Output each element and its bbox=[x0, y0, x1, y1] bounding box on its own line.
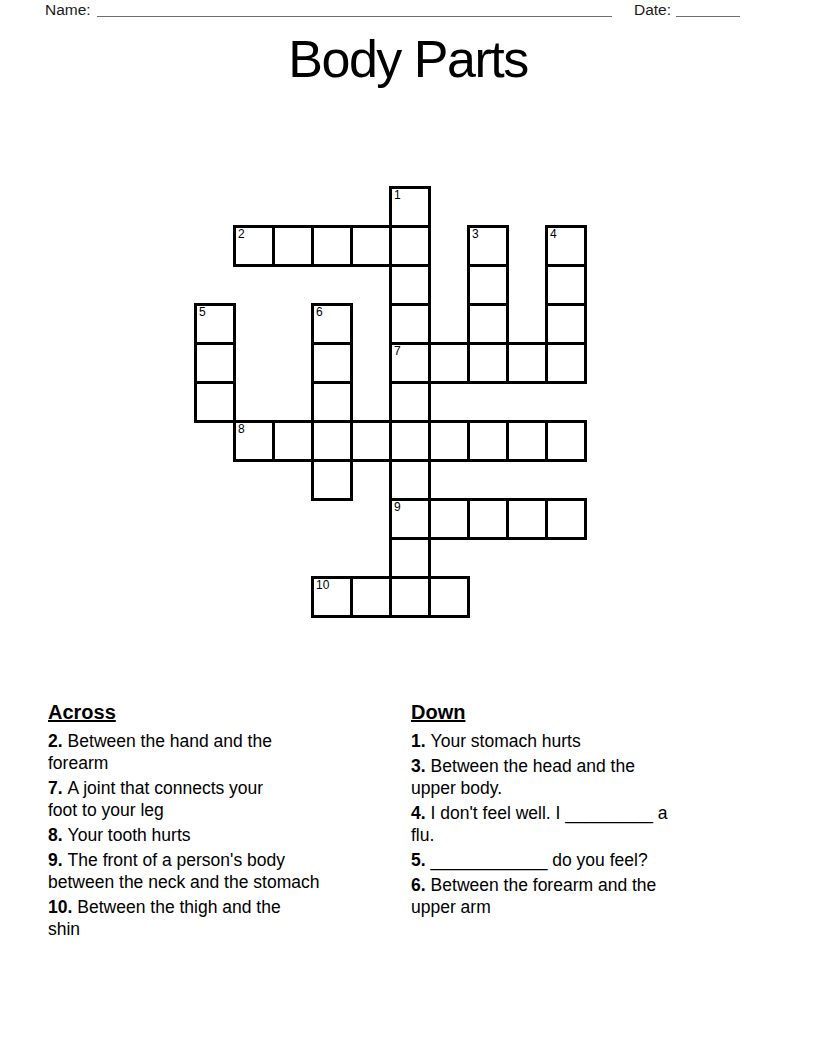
clue-across-10: 10.Between the thigh and the shin bbox=[48, 896, 418, 940]
grid-cell-r7c5[interactable] bbox=[389, 459, 431, 501]
grid-cell-r6c4[interactable] bbox=[350, 420, 392, 462]
grid-cell-r4c3[interactable] bbox=[311, 342, 353, 384]
clue-number-label: 7. bbox=[48, 778, 63, 798]
grid-cell-r0c5[interactable]: 1 bbox=[389, 186, 431, 228]
grid-cell-r10c4[interactable] bbox=[350, 576, 392, 618]
grid-cell-r2c5[interactable] bbox=[389, 264, 431, 306]
clue-text: Your tooth hurts bbox=[68, 825, 191, 845]
clue-number-label: 5. bbox=[411, 850, 426, 870]
grid-cell-r4c9[interactable] bbox=[545, 342, 587, 384]
grid-cell-r5c0[interactable] bbox=[194, 381, 236, 423]
grid-cell-r1c9[interactable]: 4 bbox=[545, 225, 587, 267]
clue-number-label: 3. bbox=[411, 756, 426, 776]
clue-down-4: 4.I don't feel well. I _________ a flu. bbox=[411, 802, 756, 846]
clue-across-8: 8.Your tooth hurts bbox=[48, 824, 418, 846]
grid-cell-r7c3[interactable] bbox=[311, 459, 353, 501]
cell-number-3: 3 bbox=[472, 228, 479, 241]
grid-cell-r1c1[interactable]: 2 bbox=[233, 225, 275, 267]
grid-cell-r8c6[interactable] bbox=[428, 498, 470, 540]
grid-cell-r4c6[interactable] bbox=[428, 342, 470, 384]
cell-number-5: 5 bbox=[199, 306, 206, 319]
clue-down-1: 1.Your stomach hurts bbox=[411, 730, 756, 752]
grid-cell-r4c5[interactable]: 7 bbox=[389, 342, 431, 384]
grid-cell-r6c2[interactable] bbox=[272, 420, 314, 462]
clue-down-5: 5.____________ do you feel? bbox=[411, 849, 756, 871]
grid-cell-r10c3[interactable]: 10 bbox=[311, 576, 353, 618]
grid-cell-r6c7[interactable] bbox=[467, 420, 509, 462]
clue-text: ____________ do you feel? bbox=[431, 850, 648, 870]
cell-number-7: 7 bbox=[394, 345, 401, 358]
across-heading: Across bbox=[48, 701, 418, 723]
cell-number-4: 4 bbox=[550, 228, 557, 241]
name-input-line[interactable] bbox=[97, 2, 612, 17]
clue-number-label: 6. bbox=[411, 875, 426, 895]
cell-number-1: 1 bbox=[394, 189, 401, 202]
down-clues-section: Down 1.Your stomach hurts3.Between the h… bbox=[411, 701, 756, 921]
grid-cell-r5c3[interactable] bbox=[311, 381, 353, 423]
crossword-grid: 12345678910 bbox=[194, 186, 587, 618]
grid-cell-r10c5[interactable] bbox=[389, 576, 431, 618]
grid-cell-r1c4[interactable] bbox=[350, 225, 392, 267]
cell-number-6: 6 bbox=[316, 306, 323, 319]
date-label: Date: bbox=[634, 1, 671, 18]
across-clues-section: Across 2.Between the hand and the forear… bbox=[48, 701, 418, 943]
clue-down-3: 3.Between the head and the upper body. bbox=[411, 755, 756, 799]
grid-cell-r9c5[interactable] bbox=[389, 537, 431, 579]
grid-cell-r1c5[interactable] bbox=[389, 225, 431, 267]
grid-cell-r1c2[interactable] bbox=[272, 225, 314, 267]
grid-cell-r4c8[interactable] bbox=[506, 342, 548, 384]
grid-cell-r6c6[interactable] bbox=[428, 420, 470, 462]
grid-cell-r8c8[interactable] bbox=[506, 498, 548, 540]
grid-cell-r6c9[interactable] bbox=[545, 420, 587, 462]
clue-text: Between the hand and the forearm bbox=[48, 731, 272, 773]
clue-number-label: 10. bbox=[48, 897, 72, 917]
grid-cell-r4c0[interactable] bbox=[194, 342, 236, 384]
clue-text: Your stomach hurts bbox=[431, 731, 581, 751]
grid-cell-r8c7[interactable] bbox=[467, 498, 509, 540]
clue-text: I don't feel well. I _________ a flu. bbox=[411, 803, 667, 845]
grid-cell-r4c7[interactable] bbox=[467, 342, 509, 384]
clue-across-9: 9.The front of a person's body between t… bbox=[48, 849, 418, 893]
clue-number-label: 9. bbox=[48, 850, 63, 870]
grid-cell-r6c5[interactable] bbox=[389, 420, 431, 462]
clue-number-label: 4. bbox=[411, 803, 426, 823]
cell-number-8: 8 bbox=[238, 423, 245, 436]
date-input-line[interactable] bbox=[676, 2, 740, 17]
grid-cell-r2c9[interactable] bbox=[545, 264, 587, 306]
grid-cell-r3c5[interactable] bbox=[389, 303, 431, 345]
name-label: Name: bbox=[45, 1, 91, 18]
clue-text: A joint that connects your foot to your … bbox=[48, 778, 263, 820]
grid-cell-r1c3[interactable] bbox=[311, 225, 353, 267]
down-heading: Down bbox=[411, 701, 756, 723]
clue-down-6: 6.Between the forearm and the upper arm bbox=[411, 874, 756, 918]
grid-cell-r6c1[interactable]: 8 bbox=[233, 420, 275, 462]
grid-cell-r10c6[interactable] bbox=[428, 576, 470, 618]
clue-across-7: 7.A joint that connects your foot to you… bbox=[48, 777, 418, 821]
grid-cell-r3c3[interactable]: 6 bbox=[311, 303, 353, 345]
grid-cell-r5c5[interactable] bbox=[389, 381, 431, 423]
grid-cell-r8c5[interactable]: 9 bbox=[389, 498, 431, 540]
header-row: Name: Date: bbox=[45, 1, 740, 18]
clue-text: Between the forearm and the upper arm bbox=[411, 875, 656, 917]
clue-number-label: 2. bbox=[48, 731, 63, 751]
grid-cell-r6c8[interactable] bbox=[506, 420, 548, 462]
clue-number-label: 1. bbox=[411, 731, 426, 751]
cell-number-2: 2 bbox=[238, 228, 245, 241]
grid-cell-r3c9[interactable] bbox=[545, 303, 587, 345]
cell-number-9: 9 bbox=[394, 501, 401, 514]
page-title: Body Parts bbox=[0, 31, 816, 87]
grid-cell-r3c7[interactable] bbox=[467, 303, 509, 345]
grid-cell-r8c9[interactable] bbox=[545, 498, 587, 540]
grid-cell-r2c7[interactable] bbox=[467, 264, 509, 306]
grid-cell-r6c3[interactable] bbox=[311, 420, 353, 462]
clue-text: Between the head and the upper body. bbox=[411, 756, 635, 798]
clue-text: Between the thigh and the shin bbox=[48, 897, 281, 939]
across-clue-list: 2.Between the hand and the forearm7.A jo… bbox=[48, 730, 418, 940]
grid-cell-r3c0[interactable]: 5 bbox=[194, 303, 236, 345]
clue-across-2: 2.Between the hand and the forearm bbox=[48, 730, 418, 774]
clue-number-label: 8. bbox=[48, 825, 63, 845]
clue-text: The front of a person's body between the… bbox=[48, 850, 319, 892]
grid-cell-r1c7[interactable]: 3 bbox=[467, 225, 509, 267]
down-clue-list: 1.Your stomach hurts3.Between the head a… bbox=[411, 730, 756, 918]
cell-number-10: 10 bbox=[316, 579, 329, 592]
